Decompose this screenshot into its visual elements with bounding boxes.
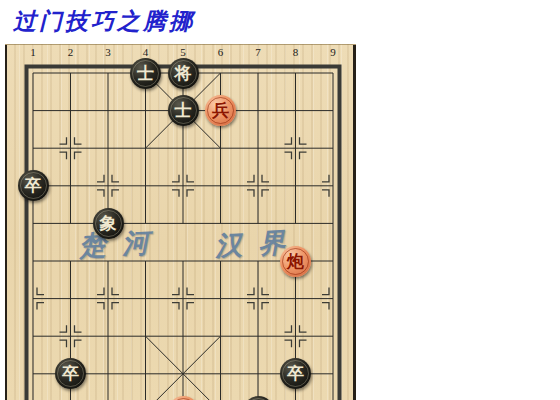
column-label-4: 4 xyxy=(138,46,154,58)
piece-black-general[interactable]: 将 xyxy=(168,58,199,89)
column-label-9: 9 xyxy=(325,46,341,58)
xiangqi-board[interactable]: 123456789 楚河 汉界 士将士兵卒象炮卒卒 xyxy=(5,44,356,400)
piece-red-cannon[interactable]: 炮 xyxy=(280,246,311,277)
column-label-6: 6 xyxy=(213,46,229,58)
column-label-5: 5 xyxy=(175,46,191,58)
board-left-edge xyxy=(5,45,7,400)
piece-black-advisor[interactable]: 士 xyxy=(168,95,199,126)
column-label-2: 2 xyxy=(63,46,79,58)
page: 过门技巧之腾挪 123456789 楚河 汉界 士将士兵卒象炮卒卒 xyxy=(0,0,560,400)
board-right-edge xyxy=(353,45,356,400)
piece-red-soldier[interactable]: 兵 xyxy=(205,95,236,126)
page-title: 过门技巧之腾挪 xyxy=(13,6,195,37)
column-label-7: 7 xyxy=(250,46,266,58)
piece-black-elephant[interactable]: 象 xyxy=(93,208,124,239)
piece-black-advisor[interactable]: 士 xyxy=(130,58,161,89)
column-label-3: 3 xyxy=(100,46,116,58)
column-label-8: 8 xyxy=(288,46,304,58)
column-label-1: 1 xyxy=(25,46,41,58)
piece-black-soldier[interactable]: 卒 xyxy=(18,170,49,201)
